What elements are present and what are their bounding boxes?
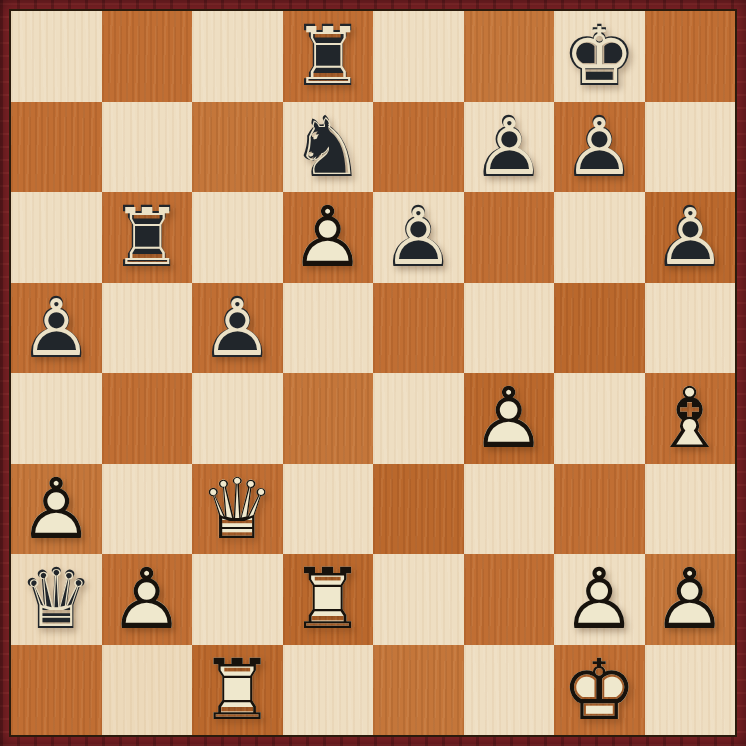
black-queen: ♛♕ [11, 554, 102, 645]
white-pawn: ♟♙ [645, 554, 736, 645]
square-d5[interactable] [283, 283, 374, 374]
square-h8[interactable] [645, 11, 736, 102]
square-e7[interactable] [373, 102, 464, 193]
square-d4[interactable] [283, 373, 374, 464]
white-pawn: ♟♙ [283, 192, 374, 283]
square-c4[interactable] [192, 373, 283, 464]
square-a8[interactable] [11, 11, 102, 102]
square-b5[interactable] [102, 283, 193, 374]
square-a7[interactable] [11, 102, 102, 193]
black-rook: ♜♖ [283, 11, 374, 102]
square-c6[interactable] [192, 192, 283, 283]
square-f1[interactable] [464, 645, 555, 736]
square-a6[interactable] [11, 192, 102, 283]
square-g1[interactable]: ♚♔ [554, 645, 645, 736]
square-f6[interactable] [464, 192, 555, 283]
square-h5[interactable] [645, 283, 736, 374]
square-b6[interactable]: ♜♖ [102, 192, 193, 283]
black-knight: ♞♘ [283, 102, 374, 193]
chessboard-grid: ♜♖♚♔♞♘♟♙♟♙♜♖♟♙♟♙♟♙♟♙♟♙♟♙♝♗♟♙♛♕♛♕♟♙♜♖♟♙♟♙… [9, 9, 737, 737]
square-d3[interactable] [283, 464, 374, 555]
square-g3[interactable] [554, 464, 645, 555]
square-a4[interactable] [11, 373, 102, 464]
square-f3[interactable] [464, 464, 555, 555]
black-pawn: ♟♙ [645, 192, 736, 283]
square-f7[interactable]: ♟♙ [464, 102, 555, 193]
square-b1[interactable] [102, 645, 193, 736]
white-rook: ♜♖ [192, 645, 283, 736]
white-pawn: ♟♙ [464, 373, 555, 464]
square-f8[interactable] [464, 11, 555, 102]
white-pawn: ♟♙ [11, 464, 102, 555]
square-d8[interactable]: ♜♖ [283, 11, 374, 102]
square-a3[interactable]: ♟♙ [11, 464, 102, 555]
square-e3[interactable] [373, 464, 464, 555]
square-e8[interactable] [373, 11, 464, 102]
square-c7[interactable] [192, 102, 283, 193]
square-c5[interactable]: ♟♙ [192, 283, 283, 374]
white-king: ♚♔ [554, 645, 645, 736]
black-king: ♚♔ [554, 11, 645, 102]
square-a1[interactable] [11, 645, 102, 736]
square-h2[interactable]: ♟♙ [645, 554, 736, 645]
square-e2[interactable] [373, 554, 464, 645]
square-h3[interactable] [645, 464, 736, 555]
square-e5[interactable] [373, 283, 464, 374]
white-bishop: ♝♗ [645, 373, 736, 464]
square-e4[interactable] [373, 373, 464, 464]
white-queen: ♛♕ [192, 464, 283, 555]
black-rook: ♜♖ [102, 192, 193, 283]
square-b4[interactable] [102, 373, 193, 464]
black-pawn: ♟♙ [554, 102, 645, 193]
square-f4[interactable]: ♟♙ [464, 373, 555, 464]
white-rook: ♜♖ [283, 554, 374, 645]
square-h1[interactable] [645, 645, 736, 736]
square-c8[interactable] [192, 11, 283, 102]
square-b7[interactable] [102, 102, 193, 193]
square-a5[interactable]: ♟♙ [11, 283, 102, 374]
square-f2[interactable] [464, 554, 555, 645]
square-g5[interactable] [554, 283, 645, 374]
black-pawn: ♟♙ [373, 192, 464, 283]
square-d2[interactable]: ♜♖ [283, 554, 374, 645]
square-g2[interactable]: ♟♙ [554, 554, 645, 645]
black-pawn: ♟♙ [192, 283, 283, 374]
board-frame: ♜♖♚♔♞♘♟♙♟♙♜♖♟♙♟♙♟♙♟♙♟♙♟♙♝♗♟♙♛♕♛♕♟♙♜♖♟♙♟♙… [0, 0, 746, 746]
black-pawn: ♟♙ [11, 283, 102, 374]
square-d6[interactable]: ♟♙ [283, 192, 374, 283]
square-d1[interactable] [283, 645, 374, 736]
square-h7[interactable] [645, 102, 736, 193]
square-e6[interactable]: ♟♙ [373, 192, 464, 283]
square-d7[interactable]: ♞♘ [283, 102, 374, 193]
square-b2[interactable]: ♟♙ [102, 554, 193, 645]
square-h6[interactable]: ♟♙ [645, 192, 736, 283]
square-g7[interactable]: ♟♙ [554, 102, 645, 193]
square-f5[interactable] [464, 283, 555, 374]
square-b8[interactable] [102, 11, 193, 102]
square-c2[interactable] [192, 554, 283, 645]
square-g8[interactable]: ♚♔ [554, 11, 645, 102]
square-a2[interactable]: ♛♕ [11, 554, 102, 645]
white-pawn: ♟♙ [554, 554, 645, 645]
square-g4[interactable] [554, 373, 645, 464]
square-b3[interactable] [102, 464, 193, 555]
square-h4[interactable]: ♝♗ [645, 373, 736, 464]
square-g6[interactable] [554, 192, 645, 283]
square-c3[interactable]: ♛♕ [192, 464, 283, 555]
white-pawn: ♟♙ [102, 554, 193, 645]
square-e1[interactable] [373, 645, 464, 736]
square-c1[interactable]: ♜♖ [192, 645, 283, 736]
black-pawn: ♟♙ [464, 102, 555, 193]
